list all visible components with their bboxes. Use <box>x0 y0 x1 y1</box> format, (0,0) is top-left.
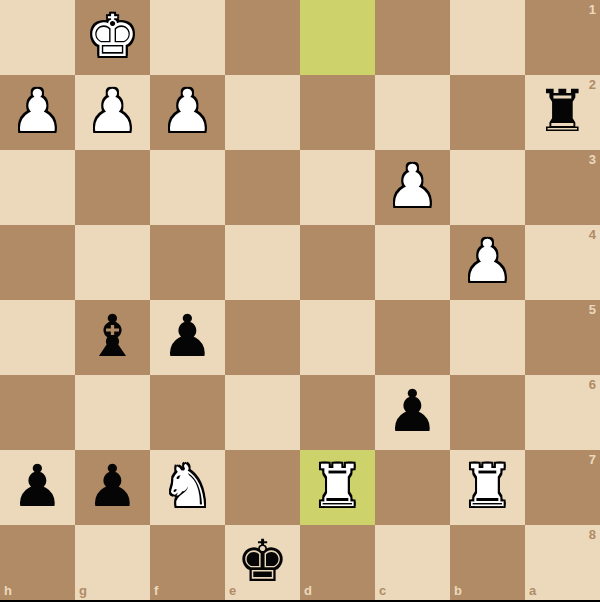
white-pawn[interactable]: ♟ <box>150 75 225 150</box>
white-pawn[interactable]: ♟ <box>75 75 150 150</box>
square-c6[interactable]: ♟ <box>375 375 450 450</box>
rank-label-7: 7 <box>589 452 596 467</box>
square-a6[interactable]: 6 <box>525 375 600 450</box>
square-a3[interactable]: 3 <box>525 150 600 225</box>
square-a1[interactable]: 1 <box>525 0 600 75</box>
square-c1[interactable] <box>375 0 450 75</box>
square-d3[interactable] <box>300 150 375 225</box>
square-c2[interactable] <box>375 75 450 150</box>
square-d8[interactable]: d <box>300 525 375 600</box>
black-rook[interactable]: ♜ <box>525 75 600 150</box>
black-bishop[interactable]: ♝ <box>75 300 150 375</box>
white-pawn[interactable]: ♟ <box>375 150 450 225</box>
square-e2[interactable] <box>225 75 300 150</box>
square-d6[interactable] <box>300 375 375 450</box>
file-label-c: c <box>379 583 386 598</box>
square-f7[interactable]: ♞ <box>150 450 225 525</box>
square-c8[interactable]: c <box>375 525 450 600</box>
square-e3[interactable] <box>225 150 300 225</box>
white-pawn[interactable]: ♟ <box>450 225 525 300</box>
square-h4[interactable] <box>0 225 75 300</box>
square-g7[interactable]: ♟ <box>75 450 150 525</box>
square-f6[interactable] <box>150 375 225 450</box>
file-label-f: f <box>154 583 158 598</box>
white-pawn[interactable]: ♟ <box>0 75 75 150</box>
square-e6[interactable] <box>225 375 300 450</box>
square-e5[interactable] <box>225 300 300 375</box>
square-g1[interactable]: ♚ <box>75 0 150 75</box>
square-h6[interactable] <box>0 375 75 450</box>
square-d1[interactable] <box>300 0 375 75</box>
file-label-b: b <box>454 583 462 598</box>
square-f4[interactable] <box>150 225 225 300</box>
black-pawn[interactable]: ♟ <box>150 300 225 375</box>
white-king[interactable]: ♚ <box>75 0 150 75</box>
square-c7[interactable] <box>375 450 450 525</box>
square-a2[interactable]: 2♜ <box>525 75 600 150</box>
rank-label-8: 8 <box>589 527 596 542</box>
square-a8[interactable]: 8a <box>525 525 600 600</box>
square-d4[interactable] <box>300 225 375 300</box>
white-rook[interactable]: ♜ <box>450 450 525 525</box>
file-label-d: d <box>304 583 312 598</box>
rank-label-1: 1 <box>589 2 596 17</box>
black-pawn[interactable]: ♟ <box>0 450 75 525</box>
rank-label-6: 6 <box>589 377 596 392</box>
file-label-a: a <box>529 583 536 598</box>
square-f8[interactable]: f <box>150 525 225 600</box>
rank-label-4: 4 <box>589 227 596 242</box>
square-e7[interactable] <box>225 450 300 525</box>
square-a5[interactable]: 5 <box>525 300 600 375</box>
white-knight[interactable]: ♞ <box>150 450 225 525</box>
rank-label-3: 3 <box>589 152 596 167</box>
square-c5[interactable] <box>375 300 450 375</box>
file-label-h: h <box>4 583 12 598</box>
square-b4[interactable]: ♟ <box>450 225 525 300</box>
square-f3[interactable] <box>150 150 225 225</box>
square-g4[interactable] <box>75 225 150 300</box>
square-a4[interactable]: 4 <box>525 225 600 300</box>
square-d7[interactable]: ♜ <box>300 450 375 525</box>
black-pawn[interactable]: ♟ <box>375 375 450 450</box>
square-g5[interactable]: ♝ <box>75 300 150 375</box>
file-label-g: g <box>79 583 87 598</box>
square-f5[interactable]: ♟ <box>150 300 225 375</box>
square-b2[interactable] <box>450 75 525 150</box>
rank-label-5: 5 <box>589 302 596 317</box>
square-h8[interactable]: h <box>0 525 75 600</box>
square-c3[interactable]: ♟ <box>375 150 450 225</box>
square-b1[interactable] <box>450 0 525 75</box>
square-g8[interactable]: g <box>75 525 150 600</box>
square-e4[interactable] <box>225 225 300 300</box>
square-e1[interactable] <box>225 0 300 75</box>
square-f1[interactable] <box>150 0 225 75</box>
square-d2[interactable] <box>300 75 375 150</box>
square-b8[interactable]: b <box>450 525 525 600</box>
square-b5[interactable] <box>450 300 525 375</box>
square-h3[interactable] <box>0 150 75 225</box>
square-h2[interactable]: ♟ <box>0 75 75 150</box>
square-c4[interactable] <box>375 225 450 300</box>
square-d5[interactable] <box>300 300 375 375</box>
square-h5[interactable] <box>0 300 75 375</box>
square-b3[interactable] <box>450 150 525 225</box>
white-rook[interactable]: ♜ <box>300 450 375 525</box>
black-king[interactable]: ♚ <box>225 525 300 600</box>
square-b7[interactable]: ♜ <box>450 450 525 525</box>
chess-board: ♚1♟♟♟2♜♟3♟4♝♟5♟6♟♟♞♜♜7hgfe♚dcb8a <box>0 0 600 600</box>
square-g6[interactable] <box>75 375 150 450</box>
square-f2[interactable]: ♟ <box>150 75 225 150</box>
square-h7[interactable]: ♟ <box>0 450 75 525</box>
square-g2[interactable]: ♟ <box>75 75 150 150</box>
black-pawn[interactable]: ♟ <box>75 450 150 525</box>
square-h1[interactable] <box>0 0 75 75</box>
square-b6[interactable] <box>450 375 525 450</box>
square-e8[interactable]: e♚ <box>225 525 300 600</box>
square-a7[interactable]: 7 <box>525 450 600 525</box>
square-g3[interactable] <box>75 150 150 225</box>
